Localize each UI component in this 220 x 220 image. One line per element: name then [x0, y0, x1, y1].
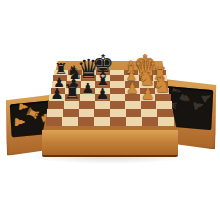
square-h5: ♞ — [155, 88, 170, 95]
box-front-face — [42, 130, 178, 157]
black-pawn-piece: ♟ — [50, 87, 63, 102]
chess-set-photo: ♟♜♞♟♝ ♜♞♟♝♟ ♜♚♝♚♞♛♟♛♜♟♟♝♞♟♟♞♟♜♟♟ — [0, 0, 220, 220]
square-h2 — [157, 109, 173, 117]
square-d4: ♟ — [95, 94, 110, 101]
square-e1 — [110, 117, 126, 126]
square-e5 — [110, 88, 125, 95]
board-rank-4: ♟♜♟♟ — [49, 94, 170, 101]
square-g4: ♟ — [140, 94, 155, 101]
square-c2 — [79, 109, 95, 117]
black-pawn-piece: ♟ — [81, 81, 94, 95]
square-h3 — [156, 101, 171, 109]
square-c3 — [79, 101, 94, 109]
square-a2 — [47, 109, 63, 117]
square-d2 — [94, 109, 110, 117]
board-rank-1 — [46, 117, 174, 126]
white-knight-piece: ♞ — [152, 74, 171, 96]
black-rook-piece: ♜ — [63, 82, 81, 102]
square-c1 — [78, 117, 94, 126]
square-d1 — [94, 117, 110, 126]
chess-board: ♜♚♝♚♞♛♟♛♜♟♟♝♞♟♟♞♟♜♟♟ — [46, 70, 174, 126]
white-pawn-piece: ♟ — [126, 81, 139, 95]
square-b4: ♜ — [65, 94, 80, 101]
square-b2 — [63, 109, 79, 117]
square-e3 — [110, 101, 125, 109]
square-f2 — [126, 109, 142, 117]
left-drawer-pawn-piece: ♟ — [17, 101, 29, 112]
square-e2 — [110, 109, 126, 117]
white-pawn-piece: ♟ — [141, 87, 154, 102]
square-f1 — [126, 117, 142, 126]
square-h1 — [158, 117, 174, 126]
square-f5: ♟ — [125, 88, 140, 95]
square-g1 — [142, 117, 158, 126]
square-g2 — [141, 109, 157, 117]
square-f3 — [125, 101, 140, 109]
board-rank-2 — [47, 109, 173, 117]
square-b1 — [62, 117, 78, 126]
square-c5: ♟ — [80, 88, 95, 95]
square-e4 — [110, 94, 125, 101]
square-a1 — [46, 117, 62, 126]
right-drawer-pawn-piece: ♟ — [198, 90, 213, 105]
black-pawn-piece: ♟ — [96, 87, 109, 102]
left-drawer-pawn-piece: ♟ — [13, 116, 26, 128]
